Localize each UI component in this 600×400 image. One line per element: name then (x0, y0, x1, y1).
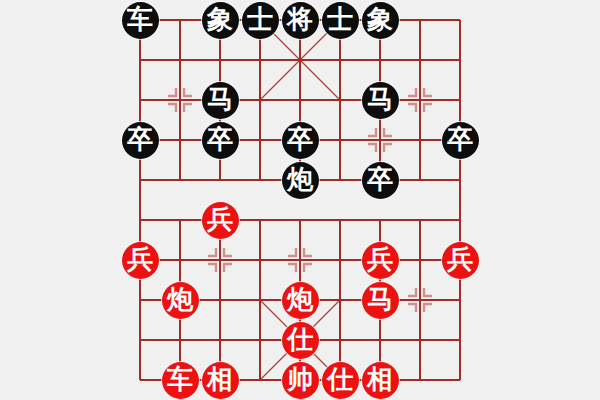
cell-f0r1[interactable] (120, 40, 160, 80)
cell-f2r2[interactable]: 马 (200, 80, 240, 120)
cell-f1r1[interactable] (160, 40, 200, 80)
cell-f3r0[interactable]: 士 (240, 0, 280, 40)
cell-f7r1[interactable] (400, 40, 440, 80)
cell-f8r5[interactable] (440, 200, 480, 240)
piece-black-soldier[interactable]: 卒 (362, 162, 399, 199)
piece-black-chariot[interactable]: 车 (122, 2, 159, 39)
cell-f2r1[interactable] (200, 40, 240, 80)
piece-red-soldier[interactable]: 兵 (442, 242, 479, 279)
cell-f2r5[interactable]: 兵 (200, 200, 240, 240)
cell-f5r6[interactable] (320, 240, 360, 280)
cell-f5r5[interactable] (320, 200, 360, 240)
cell-f4r4[interactable]: 炮 (280, 160, 320, 200)
cell-f4r3[interactable]: 卒 (280, 120, 320, 160)
cell-f3r2[interactable] (240, 80, 280, 120)
cell-f0r2[interactable] (120, 80, 160, 120)
cell-f2r9[interactable]: 相 (200, 360, 240, 400)
cell-f7r8[interactable] (400, 320, 440, 360)
cell-f2r0[interactable]: 象 (200, 0, 240, 40)
cell-f6r9[interactable]: 相 (360, 360, 400, 400)
cell-f7r6[interactable] (400, 240, 440, 280)
cell-f5r0[interactable]: 士 (320, 0, 360, 40)
cell-f1r8[interactable] (160, 320, 200, 360)
cell-f1r4[interactable] (160, 160, 200, 200)
piece-black-horse[interactable]: 马 (362, 82, 399, 119)
piece-red-chariot[interactable]: 车 (162, 362, 199, 399)
cell-f7r2[interactable] (400, 80, 440, 120)
piece-black-advisor[interactable]: 士 (322, 2, 359, 39)
cell-f8r9[interactable] (440, 360, 480, 400)
piece-black-advisor[interactable]: 士 (242, 2, 279, 39)
cell-f1r0[interactable] (160, 0, 200, 40)
piece-red-cannon[interactable]: 炮 (162, 282, 199, 319)
cell-f0r8[interactable] (120, 320, 160, 360)
cell-f8r4[interactable] (440, 160, 480, 200)
cell-f6r0[interactable]: 象 (360, 0, 400, 40)
cell-f5r4[interactable] (320, 160, 360, 200)
piece-black-soldier[interactable]: 卒 (442, 122, 479, 159)
xiangqi-board: 车象士将士象马马卒卒卒卒炮卒兵兵兵兵炮炮马仕车相帅仕相 (120, 0, 480, 400)
cell-f5r9[interactable]: 仕 (320, 360, 360, 400)
cell-f0r7[interactable] (120, 280, 160, 320)
piece-red-elephant[interactable]: 相 (202, 362, 239, 399)
cell-f3r8[interactable] (240, 320, 280, 360)
piece-red-soldier[interactable]: 兵 (202, 202, 239, 239)
cell-f7r7[interactable] (400, 280, 440, 320)
cell-f8r8[interactable] (440, 320, 480, 360)
cell-f2r6[interactable] (200, 240, 240, 280)
cell-f2r3[interactable]: 卒 (200, 120, 240, 160)
cell-f5r2[interactable] (320, 80, 360, 120)
cell-f7r4[interactable] (400, 160, 440, 200)
cell-f4r8[interactable]: 仕 (280, 320, 320, 360)
cell-f6r5[interactable] (360, 200, 400, 240)
cell-f7r0[interactable] (400, 0, 440, 40)
cell-f7r5[interactable] (400, 200, 440, 240)
cell-f1r3[interactable] (160, 120, 200, 160)
cell-f6r8[interactable] (360, 320, 400, 360)
cell-f6r6[interactable]: 兵 (360, 240, 400, 280)
cell-f1r7[interactable]: 炮 (160, 280, 200, 320)
cell-f4r1[interactable] (280, 40, 320, 80)
piece-red-horse[interactable]: 马 (362, 282, 399, 319)
cell-f3r5[interactable] (240, 200, 280, 240)
cell-f0r9[interactable] (120, 360, 160, 400)
cell-f0r4[interactable] (120, 160, 160, 200)
cell-f8r3[interactable]: 卒 (440, 120, 480, 160)
cell-f1r6[interactable] (160, 240, 200, 280)
cell-f8r7[interactable] (440, 280, 480, 320)
cell-f6r7[interactable]: 马 (360, 280, 400, 320)
cell-f4r9[interactable]: 帅 (280, 360, 320, 400)
piece-black-soldier[interactable]: 卒 (282, 122, 319, 159)
piece-red-soldier[interactable]: 兵 (362, 242, 399, 279)
cell-f6r3[interactable] (360, 120, 400, 160)
cell-f8r1[interactable] (440, 40, 480, 80)
cell-f3r1[interactable] (240, 40, 280, 80)
cell-f0r6[interactable]: 兵 (120, 240, 160, 280)
cell-f6r4[interactable]: 卒 (360, 160, 400, 200)
cell-f4r7[interactable]: 炮 (280, 280, 320, 320)
cell-f5r8[interactable] (320, 320, 360, 360)
cell-f8r2[interactable] (440, 80, 480, 120)
cell-f6r2[interactable]: 马 (360, 80, 400, 120)
piece-red-cannon[interactable]: 炮 (282, 282, 319, 319)
cell-f5r3[interactable] (320, 120, 360, 160)
cell-f2r4[interactable] (200, 160, 240, 200)
cell-f4r6[interactable] (280, 240, 320, 280)
cell-f0r0[interactable]: 车 (120, 0, 160, 40)
cell-f6r1[interactable] (360, 40, 400, 80)
piece-black-horse[interactable]: 马 (202, 82, 239, 119)
cell-f5r1[interactable] (320, 40, 360, 80)
cell-f7r3[interactable] (400, 120, 440, 160)
cell-f4r5[interactable] (280, 200, 320, 240)
cell-f3r7[interactable] (240, 280, 280, 320)
cell-f3r3[interactable] (240, 120, 280, 160)
cell-f1r9[interactable]: 车 (160, 360, 200, 400)
cell-f7r9[interactable] (400, 360, 440, 400)
cell-f3r9[interactable] (240, 360, 280, 400)
piece-black-soldier[interactable]: 卒 (122, 122, 159, 159)
piece-red-advisor[interactable]: 仕 (282, 322, 319, 359)
piece-black-elephant[interactable]: 象 (362, 2, 399, 39)
piece-red-soldier[interactable]: 兵 (122, 242, 159, 279)
piece-black-elephant[interactable]: 象 (202, 2, 239, 39)
cell-f4r0[interactable]: 将 (280, 0, 320, 40)
cell-f1r5[interactable] (160, 200, 200, 240)
cell-f8r6[interactable]: 兵 (440, 240, 480, 280)
piece-black-soldier[interactable]: 卒 (202, 122, 239, 159)
piece-red-general[interactable]: 帅 (282, 362, 319, 399)
cell-f0r3[interactable]: 卒 (120, 120, 160, 160)
cell-f3r6[interactable] (240, 240, 280, 280)
piece-black-general[interactable]: 将 (282, 2, 319, 39)
piece-red-elephant[interactable]: 相 (362, 362, 399, 399)
cell-f1r2[interactable] (160, 80, 200, 120)
cell-f8r0[interactable] (440, 0, 480, 40)
cell-f4r2[interactable] (280, 80, 320, 120)
cell-f5r7[interactable] (320, 280, 360, 320)
cell-f2r8[interactable] (200, 320, 240, 360)
cell-f0r5[interactable] (120, 200, 160, 240)
cell-f3r4[interactable] (240, 160, 280, 200)
xiangqi-app: 车象士将士象马马卒卒卒卒炮卒兵兵兵兵炮炮马仕车相帅仕相 (0, 0, 600, 400)
cell-f2r7[interactable] (200, 280, 240, 320)
piece-red-advisor[interactable]: 仕 (322, 362, 359, 399)
piece-black-cannon[interactable]: 炮 (282, 162, 319, 199)
